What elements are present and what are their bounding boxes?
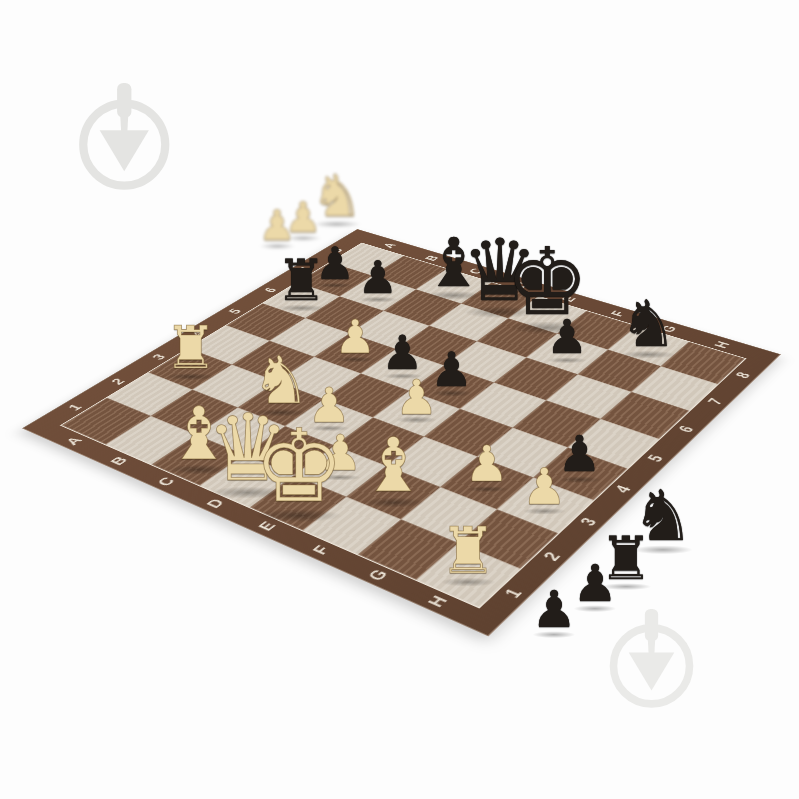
rank-label-4-right: 4 xyxy=(611,483,636,495)
captured-black-pawn: ♟ xyxy=(531,584,577,635)
file-label-f-near: F xyxy=(309,543,334,557)
watermark-logo-icon xyxy=(73,81,176,204)
file-label-a-near: A xyxy=(62,435,86,447)
captured-black-rook: ♜ xyxy=(599,528,653,588)
captured-black-knight: ♞ xyxy=(632,481,695,551)
board-grid xyxy=(60,243,747,609)
file-label-h-near: H xyxy=(424,593,452,610)
rank-label-6-right: 6 xyxy=(675,424,698,435)
rank-label-8-right: 8 xyxy=(732,370,754,380)
file-label-b-near: B xyxy=(107,455,131,468)
captured-white-pawn: ♟ xyxy=(258,205,296,247)
captured-white-knight: ♞ xyxy=(311,167,363,225)
rank-label-3-right: 3 xyxy=(576,516,601,529)
captured-black-pawn: ♟ xyxy=(572,558,618,609)
chess-board: AA88BB77CC66DD55EE44FF33GG22HH11 xyxy=(22,229,781,636)
rank-label-1-right: 1 xyxy=(500,586,527,601)
rank-label-7-right: 7 xyxy=(704,396,727,406)
file-label-c-near: C xyxy=(154,475,179,488)
file-label-d-near: D xyxy=(203,497,228,511)
captured-white-pawn: ♟ xyxy=(284,197,322,239)
chess-set-product-photo: AA88BB77CC66DD55EE44FF33GG22HH11 ♞♟♟♟♝♟♜… xyxy=(0,0,799,799)
watermark-logo-icon xyxy=(604,607,699,721)
file-label-e-near: E xyxy=(255,519,280,533)
rank-label-2-right: 2 xyxy=(539,550,565,564)
rank-label-5-right: 5 xyxy=(644,453,668,464)
file-label-g-near: G xyxy=(364,567,392,583)
